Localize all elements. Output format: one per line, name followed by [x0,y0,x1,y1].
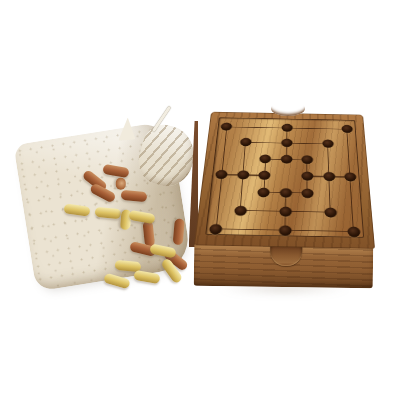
morris-square-middle [240,142,330,212]
lid-slot-groove [358,123,369,243]
board-point-e5[interactable] [301,155,313,164]
board-point-e3[interactable] [301,189,313,199]
board-point-d2[interactable] [279,206,292,216]
board-point-d3[interactable] [279,188,291,198]
board-point-g4[interactable] [344,172,356,181]
board-point-d1[interactable] [278,225,291,236]
morris-midline-bottom [284,193,286,230]
morris-midline-top [286,128,288,159]
board-point-b6[interactable] [239,138,251,147]
board-point-f6[interactable] [322,140,334,149]
board-point-d7[interactable] [281,124,292,132]
red-peg[interactable] [116,178,126,190]
board-point-c4[interactable] [258,171,270,180]
board-point-b2[interactable] [234,205,247,215]
front-finger-notch [270,243,302,266]
game-box [194,57,375,247]
morris-square-inner [264,159,308,194]
board-point-e4[interactable] [301,171,313,180]
board-point-a7[interactable] [220,123,232,131]
morris-midline-right [307,176,350,178]
morris-midline-left [221,174,264,176]
board-point-b4[interactable] [237,170,250,179]
board-point-g7[interactable] [341,125,353,133]
back-finger-notch [271,101,305,116]
board-point-g1[interactable] [347,227,360,238]
board-point-a1[interactable] [209,224,223,235]
board-point-a4[interactable] [215,170,228,179]
box-front-face [194,244,374,288]
board-point-d5[interactable] [280,155,292,164]
morris-pattern [216,127,354,232]
board-point-d6[interactable] [281,139,293,148]
board-lid-top [194,112,375,249]
scene [0,0,416,416]
board-point-c5[interactable] [259,154,271,163]
board-panel [205,117,364,237]
board-point-f2[interactable] [324,207,337,217]
box-right-side [355,119,374,247]
board-point-f4[interactable] [323,172,335,181]
morris-square-outer [216,127,354,232]
bag-corner [115,117,137,143]
board-point-c3[interactable] [257,188,270,198]
